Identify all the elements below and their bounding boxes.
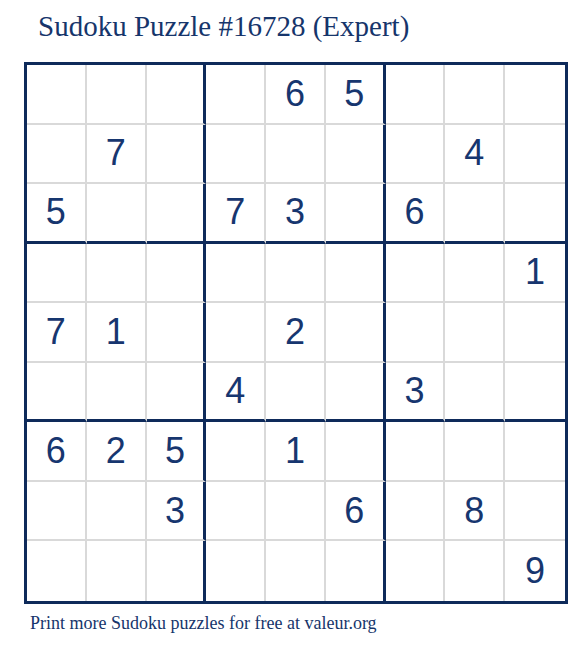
cell-r2c4 xyxy=(206,125,266,185)
cell-r2c6 xyxy=(326,125,386,185)
cell-r6c3 xyxy=(147,363,207,423)
cell-r9c2 xyxy=(87,541,147,601)
cell-r5c4 xyxy=(206,303,266,363)
cell-r7c3: 5 xyxy=(147,422,207,482)
cell-r2c8: 4 xyxy=(445,125,505,185)
cell-r9c8 xyxy=(445,541,505,601)
cell-r5c9 xyxy=(505,303,565,363)
footer-text: Print more Sudoku puzzles for free at va… xyxy=(30,613,377,634)
cell-r5c2: 1 xyxy=(87,303,147,363)
cell-r6c9 xyxy=(505,363,565,423)
cell-r3c7: 6 xyxy=(386,184,446,244)
page-title: Sudoku Puzzle #16728 (Expert) xyxy=(38,10,409,43)
cell-r8c6: 6 xyxy=(326,482,386,542)
cell-r4c2 xyxy=(87,244,147,304)
cell-r9c1 xyxy=(27,541,87,601)
cell-r5c7 xyxy=(386,303,446,363)
cell-r1c7 xyxy=(386,65,446,125)
cell-r8c4 xyxy=(206,482,266,542)
cell-r7c1: 6 xyxy=(27,422,87,482)
cell-r8c7 xyxy=(386,482,446,542)
cell-r7c9 xyxy=(505,422,565,482)
cell-r6c5 xyxy=(266,363,326,423)
sudoku-page: Sudoku Puzzle #16728 (Expert) 6574573617… xyxy=(0,0,580,651)
cell-r2c1 xyxy=(27,125,87,185)
cell-r4c9: 1 xyxy=(505,244,565,304)
cell-r9c5 xyxy=(266,541,326,601)
cell-r3c3 xyxy=(147,184,207,244)
cell-r4c8 xyxy=(445,244,505,304)
cell-r4c6 xyxy=(326,244,386,304)
cell-r9c6 xyxy=(326,541,386,601)
cell-r2c9 xyxy=(505,125,565,185)
cell-r4c3 xyxy=(147,244,207,304)
cell-r5c8 xyxy=(445,303,505,363)
cell-r4c1 xyxy=(27,244,87,304)
cell-r9c3 xyxy=(147,541,207,601)
cell-r6c4: 4 xyxy=(206,363,266,423)
cell-r3c6 xyxy=(326,184,386,244)
cell-r3c8 xyxy=(445,184,505,244)
cell-r6c8 xyxy=(445,363,505,423)
cell-r7c2: 2 xyxy=(87,422,147,482)
cell-r2c3 xyxy=(147,125,207,185)
cell-r8c9 xyxy=(505,482,565,542)
cell-r2c5 xyxy=(266,125,326,185)
cell-r9c4 xyxy=(206,541,266,601)
cell-r7c6 xyxy=(326,422,386,482)
cell-r3c4: 7 xyxy=(206,184,266,244)
cell-r8c3: 3 xyxy=(147,482,207,542)
cell-r4c5 xyxy=(266,244,326,304)
cell-r5c3 xyxy=(147,303,207,363)
cell-r1c1 xyxy=(27,65,87,125)
cell-r4c7 xyxy=(386,244,446,304)
cell-r7c8 xyxy=(445,422,505,482)
cell-r6c1 xyxy=(27,363,87,423)
cell-r3c2 xyxy=(87,184,147,244)
cell-r5c5: 2 xyxy=(266,303,326,363)
cell-r1c8 xyxy=(445,65,505,125)
cell-r9c7 xyxy=(386,541,446,601)
cell-r6c2 xyxy=(87,363,147,423)
cell-r1c2 xyxy=(87,65,147,125)
cell-r1c4 xyxy=(206,65,266,125)
cell-r9c9: 9 xyxy=(505,541,565,601)
cell-r1c6: 5 xyxy=(326,65,386,125)
cell-r1c9 xyxy=(505,65,565,125)
cell-r5c6 xyxy=(326,303,386,363)
cell-r3c5: 3 xyxy=(266,184,326,244)
sudoku-grid: 6574573617124362513689 xyxy=(24,62,568,604)
cell-r3c9 xyxy=(505,184,565,244)
cell-r3c1: 5 xyxy=(27,184,87,244)
cell-r1c3 xyxy=(147,65,207,125)
cell-r1c5: 6 xyxy=(266,65,326,125)
cell-r2c2: 7 xyxy=(87,125,147,185)
cell-r5c1: 7 xyxy=(27,303,87,363)
cell-r7c7 xyxy=(386,422,446,482)
cell-r4c4 xyxy=(206,244,266,304)
cell-r8c1 xyxy=(27,482,87,542)
cell-r8c5 xyxy=(266,482,326,542)
cell-r7c5: 1 xyxy=(266,422,326,482)
cell-r6c6 xyxy=(326,363,386,423)
cell-r2c7 xyxy=(386,125,446,185)
cell-r7c4 xyxy=(206,422,266,482)
cell-r8c2 xyxy=(87,482,147,542)
cell-r8c8: 8 xyxy=(445,482,505,542)
cell-r6c7: 3 xyxy=(386,363,446,423)
